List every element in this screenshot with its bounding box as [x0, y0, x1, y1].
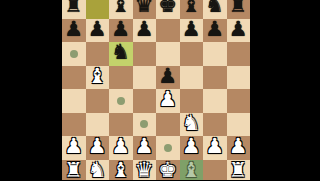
square-f5[interactable] — [180, 66, 204, 90]
square-f7[interactable]: ♟ — [180, 19, 204, 43]
ghost-white-bishop-drag-origin: ♝ — [182, 159, 201, 181]
black-pawn-piece[interactable]: ♟ — [111, 18, 130, 42]
square-e1[interactable]: ♚ — [156, 160, 180, 181]
square-f6[interactable] — [180, 42, 204, 66]
black-bishop-piece[interactable]: ♝ — [182, 0, 201, 18]
white-king-piece[interactable]: ♚ — [158, 159, 177, 181]
white-pawn-piece[interactable]: ♟ — [205, 135, 224, 159]
square-d3[interactable] — [133, 113, 157, 137]
square-f2[interactable]: ♟ — [180, 136, 204, 160]
square-f4[interactable] — [180, 89, 204, 113]
square-c4[interactable] — [109, 89, 133, 113]
square-h5[interactable] — [227, 66, 251, 90]
square-c2[interactable]: ♟ — [109, 136, 133, 160]
black-queen-piece[interactable]: ♛ — [135, 0, 154, 18]
square-h4[interactable] — [227, 89, 251, 113]
black-rook-piece[interactable]: ♜ — [64, 0, 83, 18]
square-f3[interactable]: ♞ — [180, 113, 204, 137]
square-c6[interactable]: ♞ — [109, 42, 133, 66]
white-rook-piece[interactable]: ♜ — [64, 159, 83, 181]
square-e5[interactable]: ♟ — [156, 66, 180, 90]
black-pawn-piece[interactable]: ♟ — [182, 18, 201, 42]
black-king-piece[interactable]: ♚ — [158, 0, 177, 18]
square-b6[interactable] — [86, 42, 110, 66]
square-b1[interactable]: ♞ — [86, 160, 110, 181]
white-knight-piece[interactable]: ♞ — [182, 112, 201, 136]
square-a1[interactable]: ♜ — [62, 160, 86, 181]
black-knight-piece[interactable]: ♞ — [205, 0, 224, 18]
square-e4[interactable]: ♟ — [156, 89, 180, 113]
square-h6[interactable] — [227, 42, 251, 66]
square-h3[interactable] — [227, 113, 251, 137]
square-g1[interactable] — [203, 160, 227, 181]
square-c3[interactable] — [109, 113, 133, 137]
square-a6[interactable] — [62, 42, 86, 66]
square-a7[interactable]: ♟ — [62, 19, 86, 43]
square-a4[interactable] — [62, 89, 86, 113]
square-h1[interactable]: ♜ — [227, 160, 251, 181]
square-d5[interactable] — [133, 66, 157, 90]
move-destination-dot-a6[interactable] — [70, 50, 78, 58]
letterboxed-video-frame: ♜♝♛♚♝♞♜♟♟♟♟♟♟♟♞♝♟♟♞♟♟♟♟♟♟♟♜♞♝♛♚♝♜ — [0, 0, 320, 180]
square-b3[interactable] — [86, 113, 110, 137]
chess-board[interactable]: ♜♝♛♚♝♞♜♟♟♟♟♟♟♟♞♝♟♟♞♟♟♟♟♟♟♟♜♞♝♛♚♝♜ — [62, 0, 250, 180]
square-a3[interactable] — [62, 113, 86, 137]
square-g6[interactable] — [203, 42, 227, 66]
black-pawn-piece[interactable]: ♟ — [135, 18, 154, 42]
white-queen-piece[interactable]: ♛ — [135, 159, 154, 181]
square-h7[interactable]: ♟ — [227, 19, 251, 43]
square-e3[interactable] — [156, 113, 180, 137]
black-pawn-piece[interactable]: ♟ — [88, 18, 107, 42]
black-rook-piece[interactable]: ♜ — [229, 0, 248, 18]
square-c1[interactable]: ♝ — [109, 160, 133, 181]
square-g5[interactable] — [203, 66, 227, 90]
square-g3[interactable] — [203, 113, 227, 137]
move-destination-dot-c4[interactable] — [117, 97, 125, 105]
white-pawn-piece[interactable]: ♟ — [64, 135, 83, 159]
black-pawn-piece[interactable]: ♟ — [229, 18, 248, 42]
square-b4[interactable] — [86, 89, 110, 113]
white-pawn-piece[interactable]: ♟ — [182, 135, 201, 159]
black-bishop-piece[interactable]: ♝ — [111, 0, 130, 18]
white-bishop-piece[interactable]: ♝ — [88, 65, 107, 89]
square-g4[interactable] — [203, 89, 227, 113]
square-a5[interactable] — [62, 66, 86, 90]
black-knight-piece[interactable]: ♞ — [111, 41, 130, 65]
square-a2[interactable]: ♟ — [62, 136, 86, 160]
white-pawn-piece[interactable]: ♟ — [88, 135, 107, 159]
square-h2[interactable]: ♟ — [227, 136, 251, 160]
white-pawn-piece[interactable]: ♟ — [111, 135, 130, 159]
move-destination-dot-d3[interactable] — [140, 120, 148, 128]
move-destination-dot-e2[interactable] — [164, 144, 172, 152]
black-pawn-piece[interactable]: ♟ — [205, 18, 224, 42]
white-knight-piece[interactable]: ♞ — [88, 159, 107, 181]
square-b5[interactable]: ♝ — [86, 66, 110, 90]
square-e8[interactable]: ♚ — [156, 0, 180, 19]
black-pawn-piece[interactable]: ♟ — [158, 65, 177, 89]
white-pawn-piece[interactable]: ♟ — [135, 135, 154, 159]
square-e6[interactable] — [156, 42, 180, 66]
square-d4[interactable] — [133, 89, 157, 113]
square-f1[interactable]: ♝ — [180, 160, 204, 181]
square-d6[interactable] — [133, 42, 157, 66]
white-pawn-piece[interactable]: ♟ — [229, 135, 248, 159]
square-d7[interactable]: ♟ — [133, 19, 157, 43]
square-d2[interactable]: ♟ — [133, 136, 157, 160]
square-e2[interactable] — [156, 136, 180, 160]
square-c5[interactable] — [109, 66, 133, 90]
square-b7[interactable]: ♟ — [86, 19, 110, 43]
square-d1[interactable]: ♛ — [133, 160, 157, 181]
square-g7[interactable]: ♟ — [203, 19, 227, 43]
square-b2[interactable]: ♟ — [86, 136, 110, 160]
white-rook-piece[interactable]: ♜ — [229, 159, 248, 181]
white-pawn-piece[interactable]: ♟ — [158, 88, 177, 112]
square-e7[interactable] — [156, 19, 180, 43]
black-pawn-piece[interactable]: ♟ — [64, 18, 83, 42]
square-c7[interactable]: ♟ — [109, 19, 133, 43]
white-bishop-piece[interactable]: ♝ — [111, 159, 130, 181]
square-g2[interactable]: ♟ — [203, 136, 227, 160]
